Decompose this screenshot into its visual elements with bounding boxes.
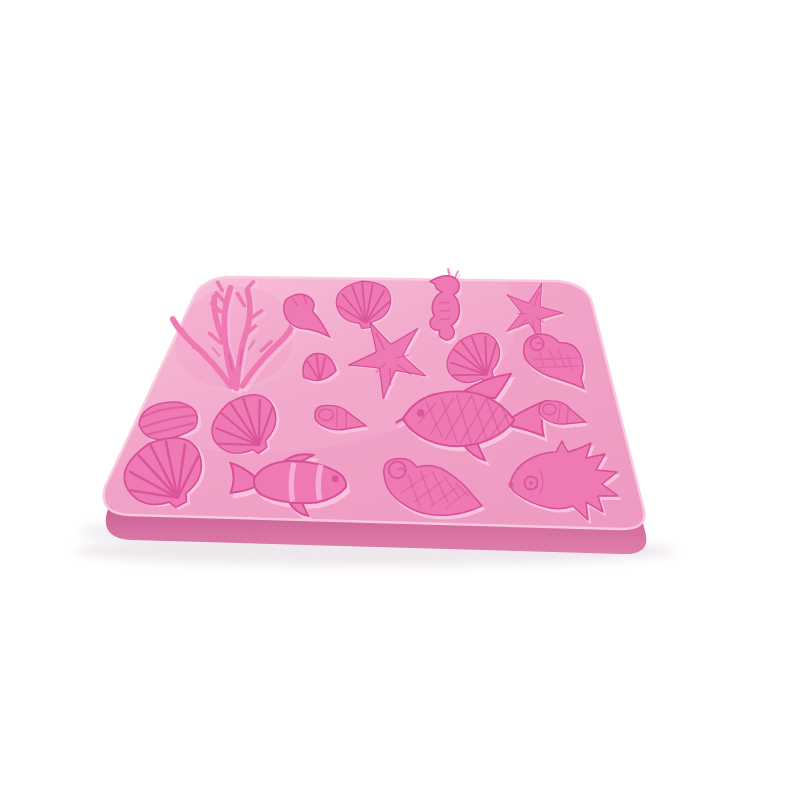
- silicone-mold-image: [0, 0, 800, 800]
- product-photo: [0, 0, 800, 800]
